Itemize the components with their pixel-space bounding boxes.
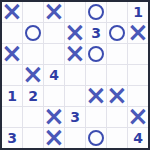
cell-r2c6[interactable] bbox=[107, 23, 127, 43]
clue-number: 3 bbox=[7, 131, 17, 145]
cell-r7c1[interactable]: 3 bbox=[2, 128, 22, 148]
cell-r5c5[interactable]: × bbox=[86, 86, 106, 106]
cell-r3c4[interactable]: × bbox=[65, 44, 85, 64]
clue-number: 4 bbox=[133, 131, 143, 145]
cell-r5c1[interactable]: 1 bbox=[2, 86, 22, 106]
clue-number: 1 bbox=[7, 89, 17, 103]
cell-r4c7[interactable] bbox=[128, 65, 148, 85]
cell-r1c2[interactable] bbox=[23, 2, 43, 22]
clue-number: 3 bbox=[91, 26, 101, 40]
puzzle-board: ××1×3××××412×××3×3×4 bbox=[0, 0, 150, 150]
cross-mark: × bbox=[85, 82, 107, 108]
cross-mark: × bbox=[43, 124, 65, 150]
cell-r4c4[interactable] bbox=[65, 65, 85, 85]
cell-r3c3[interactable] bbox=[44, 44, 64, 64]
cross-mark: × bbox=[64, 40, 86, 66]
cell-r1c5[interactable] bbox=[86, 2, 106, 22]
cell-r3c1[interactable]: × bbox=[2, 44, 22, 64]
circle-mark bbox=[88, 4, 104, 20]
cross-mark: × bbox=[43, 0, 65, 24]
cell-r7c7[interactable]: 4 bbox=[128, 128, 148, 148]
cross-mark: × bbox=[1, 0, 23, 24]
cell-r5c2[interactable]: 2 bbox=[23, 86, 43, 106]
cell-r7c4[interactable] bbox=[65, 128, 85, 148]
cell-r4c1[interactable] bbox=[2, 65, 22, 85]
circle-mark bbox=[109, 25, 125, 41]
cell-r1c3[interactable]: × bbox=[44, 2, 64, 22]
cell-r7c2[interactable] bbox=[23, 128, 43, 148]
cross-mark: × bbox=[22, 61, 44, 87]
cell-r4c3[interactable]: 4 bbox=[44, 65, 64, 85]
cell-r3c7[interactable] bbox=[128, 44, 148, 64]
cross-mark: × bbox=[106, 82, 128, 108]
cross-mark: × bbox=[127, 103, 149, 129]
cross-mark: × bbox=[1, 40, 23, 66]
cell-r7c5[interactable] bbox=[86, 128, 106, 148]
clue-number: 2 bbox=[28, 89, 38, 103]
cell-r7c6[interactable] bbox=[107, 128, 127, 148]
cell-r2c7[interactable]: × bbox=[128, 23, 148, 43]
cell-r6c2[interactable] bbox=[23, 107, 43, 127]
cell-r2c3[interactable] bbox=[44, 23, 64, 43]
circle-mark bbox=[88, 130, 104, 146]
cell-r6c4[interactable]: 3 bbox=[65, 107, 85, 127]
cell-r4c2[interactable]: × bbox=[23, 65, 43, 85]
cell-r5c4[interactable] bbox=[65, 86, 85, 106]
cell-r5c6[interactable]: × bbox=[107, 86, 127, 106]
clue-number: 4 bbox=[49, 68, 59, 82]
clue-number: 3 bbox=[70, 110, 80, 124]
cross-mark: × bbox=[127, 19, 149, 45]
cell-r1c1[interactable]: × bbox=[2, 2, 22, 22]
circle-mark bbox=[88, 46, 104, 62]
cell-r7c3[interactable]: × bbox=[44, 128, 64, 148]
cell-r2c5[interactable]: 3 bbox=[86, 23, 106, 43]
cell-r2c2[interactable] bbox=[23, 23, 43, 43]
cell-r3c6[interactable] bbox=[107, 44, 127, 64]
cell-r6c5[interactable] bbox=[86, 107, 106, 127]
cell-r3c5[interactable] bbox=[86, 44, 106, 64]
cell-r6c6[interactable] bbox=[107, 107, 127, 127]
cell-r6c1[interactable] bbox=[2, 107, 22, 127]
cell-r6c7[interactable]: × bbox=[128, 107, 148, 127]
cell-r1c6[interactable] bbox=[107, 2, 127, 22]
circle-mark bbox=[25, 25, 41, 41]
